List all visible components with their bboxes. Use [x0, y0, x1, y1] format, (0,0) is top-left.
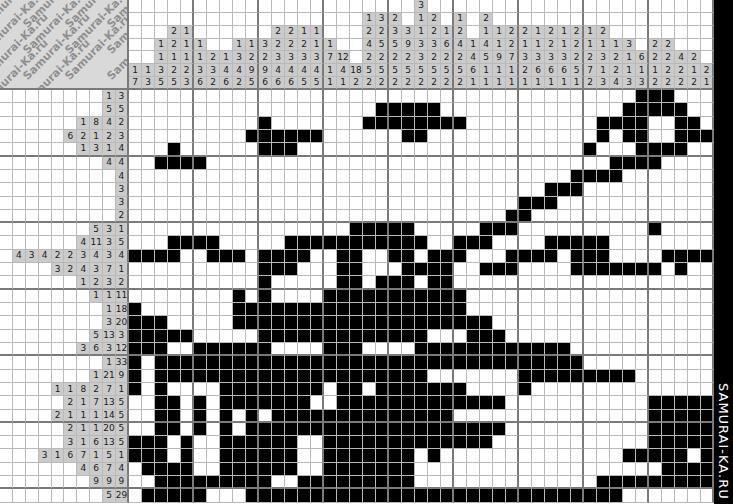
- cell-r25-c32[interactable]: [532, 410, 545, 423]
- cell-r31-c4[interactable]: [168, 489, 181, 502]
- cell-r8-c2[interactable]: [142, 183, 155, 196]
- cell-r10-c5[interactable]: [181, 210, 194, 223]
- cell-r16-c21[interactable]: [389, 290, 402, 303]
- cell-r24-c11[interactable]: [259, 396, 272, 409]
- cell-r28-c38[interactable]: [610, 449, 623, 462]
- cell-r9-c39[interactable]: [623, 197, 636, 210]
- cell-r10-c27[interactable]: [467, 210, 480, 223]
- cell-r10-c41[interactable]: [649, 210, 662, 223]
- cell-r4-c26[interactable]: [454, 130, 467, 143]
- cell-r3-c3[interactable]: [155, 117, 168, 130]
- cell-r27-c7[interactable]: [207, 436, 220, 449]
- cell-r21-c45[interactable]: [701, 356, 714, 369]
- cell-r5-c41[interactable]: [649, 143, 662, 156]
- cell-r10-c20[interactable]: [376, 210, 389, 223]
- cell-r29-c43[interactable]: [675, 463, 688, 476]
- cell-r7-c43[interactable]: [675, 170, 688, 183]
- cell-r16-c42[interactable]: [662, 290, 675, 303]
- cell-r14-c35[interactable]: [571, 263, 584, 276]
- cell-r24-c3[interactable]: [155, 396, 168, 409]
- cell-r4-c38[interactable]: [610, 130, 623, 143]
- cell-r11-c42[interactable]: [662, 223, 675, 236]
- cell-r2-c22[interactable]: [402, 103, 415, 116]
- cell-r27-c34[interactable]: [558, 436, 571, 449]
- cell-r12-c18[interactable]: [350, 236, 363, 249]
- cell-r19-c20[interactable]: [376, 330, 389, 343]
- cell-r31-c45[interactable]: [701, 489, 714, 502]
- cell-r12-c20[interactable]: [376, 236, 389, 249]
- cell-r26-c26[interactable]: [454, 423, 467, 436]
- cell-r12-c1[interactable]: [129, 236, 142, 249]
- cell-r21-c14[interactable]: [298, 356, 311, 369]
- cell-r18-c43[interactable]: [675, 316, 688, 329]
- cell-r19-c35[interactable]: [571, 330, 584, 343]
- cell-r9-c33[interactable]: [545, 197, 558, 210]
- cell-r28-c42[interactable]: [662, 449, 675, 462]
- cell-r15-c15[interactable]: [311, 276, 324, 289]
- cell-r18-c25[interactable]: [441, 316, 454, 329]
- cell-r21-c3[interactable]: [155, 356, 168, 369]
- cell-r10-c24[interactable]: [428, 210, 441, 223]
- cell-r1-c44[interactable]: [688, 90, 701, 103]
- cell-r9-c15[interactable]: [311, 197, 324, 210]
- cell-r23-c18[interactable]: [350, 383, 363, 396]
- cell-r12-c31[interactable]: [519, 236, 532, 249]
- cell-r8-c6[interactable]: [194, 183, 207, 196]
- cell-r11-c13[interactable]: [285, 223, 298, 236]
- cell-r30-c36[interactable]: [584, 476, 597, 489]
- cell-r1-c1[interactable]: [129, 90, 142, 103]
- cell-r12-c14[interactable]: [298, 236, 311, 249]
- cell-r8-c30[interactable]: [506, 183, 519, 196]
- cell-r7-c35[interactable]: [571, 170, 584, 183]
- cell-r5-c30[interactable]: [506, 143, 519, 156]
- cell-r13-c27[interactable]: [467, 250, 480, 263]
- cell-r15-c7[interactable]: [207, 276, 220, 289]
- cell-r4-c30[interactable]: [506, 130, 519, 143]
- cell-r26-c22[interactable]: [402, 423, 415, 436]
- cell-r1-c17[interactable]: [337, 90, 350, 103]
- cell-r9-c4[interactable]: [168, 197, 181, 210]
- cell-r9-c41[interactable]: [649, 197, 662, 210]
- cell-r6-c37[interactable]: [597, 157, 610, 170]
- cell-r28-c28[interactable]: [480, 449, 493, 462]
- cell-r6-c18[interactable]: [350, 157, 363, 170]
- cell-r24-c22[interactable]: [402, 396, 415, 409]
- cell-r18-c21[interactable]: [389, 316, 402, 329]
- cell-r17-c38[interactable]: [610, 303, 623, 316]
- cell-r29-c13[interactable]: [285, 463, 298, 476]
- cell-r15-c30[interactable]: [506, 276, 519, 289]
- cell-r15-c36[interactable]: [584, 276, 597, 289]
- cell-r31-c2[interactable]: [142, 489, 155, 502]
- cell-r20-c6[interactable]: [194, 343, 207, 356]
- cell-r18-c33[interactable]: [545, 316, 558, 329]
- cell-r13-c36[interactable]: [584, 250, 597, 263]
- cell-r22-c4[interactable]: [168, 370, 181, 383]
- cell-r2-c34[interactable]: [558, 103, 571, 116]
- cell-r30-c42[interactable]: [662, 476, 675, 489]
- cell-r4-c11[interactable]: [259, 130, 272, 143]
- cell-r3-c23[interactable]: [415, 117, 428, 130]
- cell-r21-c41[interactable]: [649, 356, 662, 369]
- cell-r15-c34[interactable]: [558, 276, 571, 289]
- cell-r9-c10[interactable]: [246, 197, 259, 210]
- cell-r19-c2[interactable]: [142, 330, 155, 343]
- cell-r14-c13[interactable]: [285, 263, 298, 276]
- cell-r12-c38[interactable]: [610, 236, 623, 249]
- cell-r6-c41[interactable]: [649, 157, 662, 170]
- cell-r20-c44[interactable]: [688, 343, 701, 356]
- cell-r26-c40[interactable]: [636, 423, 649, 436]
- cell-r17-c7[interactable]: [207, 303, 220, 316]
- cell-r22-c28[interactable]: [480, 370, 493, 383]
- cell-r16-c44[interactable]: [688, 290, 701, 303]
- cell-r2-c40[interactable]: [636, 103, 649, 116]
- cell-r28-c4[interactable]: [168, 449, 181, 462]
- cell-r5-c23[interactable]: [415, 143, 428, 156]
- cell-r6-c22[interactable]: [402, 157, 415, 170]
- cell-r11-c16[interactable]: [324, 223, 337, 236]
- cell-r9-c30[interactable]: [506, 197, 519, 210]
- cell-r17-c12[interactable]: [272, 303, 285, 316]
- cell-r31-c14[interactable]: [298, 489, 311, 502]
- cell-r15-c39[interactable]: [623, 276, 636, 289]
- cell-r8-c14[interactable]: [298, 183, 311, 196]
- cell-r17-c17[interactable]: [337, 303, 350, 316]
- cell-r22-c43[interactable]: [675, 370, 688, 383]
- cell-r1-c9[interactable]: [233, 90, 246, 103]
- cell-r20-c21[interactable]: [389, 343, 402, 356]
- cell-r5-c33[interactable]: [545, 143, 558, 156]
- cell-r10-c45[interactable]: [701, 210, 714, 223]
- cell-r19-c26[interactable]: [454, 330, 467, 343]
- cell-r19-c38[interactable]: [610, 330, 623, 343]
- cell-r18-c36[interactable]: [584, 316, 597, 329]
- cell-r12-c40[interactable]: [636, 236, 649, 249]
- cell-r2-c9[interactable]: [233, 103, 246, 116]
- cell-r9-c29[interactable]: [493, 197, 506, 210]
- cell-r25-c8[interactable]: [220, 410, 233, 423]
- cell-r18-c26[interactable]: [454, 316, 467, 329]
- cell-r6-c2[interactable]: [142, 157, 155, 170]
- cell-r26-c12[interactable]: [272, 423, 285, 436]
- cell-r4-c44[interactable]: [688, 130, 701, 143]
- cell-r12-c28[interactable]: [480, 236, 493, 249]
- cell-r11-c3[interactable]: [155, 223, 168, 236]
- cell-r15-c12[interactable]: [272, 276, 285, 289]
- cell-r19-c7[interactable]: [207, 330, 220, 343]
- cell-r1-c30[interactable]: [506, 90, 519, 103]
- cell-r17-c27[interactable]: [467, 303, 480, 316]
- cell-r26-c10[interactable]: [246, 423, 259, 436]
- cell-r8-c15[interactable]: [311, 183, 324, 196]
- cell-r23-c23[interactable]: [415, 383, 428, 396]
- cell-r26-c39[interactable]: [623, 423, 636, 436]
- cell-r21-c23[interactable]: [415, 356, 428, 369]
- cell-r25-c45[interactable]: [701, 410, 714, 423]
- cell-r10-c28[interactable]: [480, 210, 493, 223]
- cell-r22-c16[interactable]: [324, 370, 337, 383]
- cell-r28-c7[interactable]: [207, 449, 220, 462]
- cell-r10-c17[interactable]: [337, 210, 350, 223]
- cell-r27-c8[interactable]: [220, 436, 233, 449]
- cell-r26-c8[interactable]: [220, 423, 233, 436]
- cell-r16-c35[interactable]: [571, 290, 584, 303]
- cell-r9-c9[interactable]: [233, 197, 246, 210]
- cell-r23-c11[interactable]: [259, 383, 272, 396]
- cell-r10-c38[interactable]: [610, 210, 623, 223]
- cell-r18-c11[interactable]: [259, 316, 272, 329]
- cell-r15-c16[interactable]: [324, 276, 337, 289]
- cell-r24-c26[interactable]: [454, 396, 467, 409]
- cell-r26-c27[interactable]: [467, 423, 480, 436]
- cell-r31-c34[interactable]: [558, 489, 571, 502]
- cell-r18-c35[interactable]: [571, 316, 584, 329]
- cell-r10-c43[interactable]: [675, 210, 688, 223]
- cell-r22-c44[interactable]: [688, 370, 701, 383]
- cell-r25-c1[interactable]: [129, 410, 142, 423]
- cell-r15-c40[interactable]: [636, 276, 649, 289]
- cell-r23-c25[interactable]: [441, 383, 454, 396]
- cell-r14-c4[interactable]: [168, 263, 181, 276]
- cell-r25-c10[interactable]: [246, 410, 259, 423]
- cell-r31-c40[interactable]: [636, 489, 649, 502]
- cell-r18-c12[interactable]: [272, 316, 285, 329]
- cell-r22-c9[interactable]: [233, 370, 246, 383]
- cell-r15-c20[interactable]: [376, 276, 389, 289]
- cell-r8-c45[interactable]: [701, 183, 714, 196]
- cell-r25-c15[interactable]: [311, 410, 324, 423]
- cell-r8-c34[interactable]: [558, 183, 571, 196]
- cell-r14-c9[interactable]: [233, 263, 246, 276]
- cell-r2-c17[interactable]: [337, 103, 350, 116]
- cell-r21-c6[interactable]: [194, 356, 207, 369]
- cell-r26-c1[interactable]: [129, 423, 142, 436]
- cell-r10-c19[interactable]: [363, 210, 376, 223]
- cell-r17-c8[interactable]: [220, 303, 233, 316]
- cell-r17-c31[interactable]: [519, 303, 532, 316]
- cell-r23-c39[interactable]: [623, 383, 636, 396]
- cell-r5-c35[interactable]: [571, 143, 584, 156]
- cell-r15-c14[interactable]: [298, 276, 311, 289]
- cell-r4-c42[interactable]: [662, 130, 675, 143]
- cell-r29-c30[interactable]: [506, 463, 519, 476]
- cell-r16-c3[interactable]: [155, 290, 168, 303]
- cell-r20-c42[interactable]: [662, 343, 675, 356]
- cell-r18-c13[interactable]: [285, 316, 298, 329]
- cell-r30-c13[interactable]: [285, 476, 298, 489]
- cell-r28-c2[interactable]: [142, 449, 155, 462]
- cell-r10-c31[interactable]: [519, 210, 532, 223]
- cell-r17-c19[interactable]: [363, 303, 376, 316]
- cell-r12-c21[interactable]: [389, 236, 402, 249]
- cell-r7-c8[interactable]: [220, 170, 233, 183]
- cell-r2-c30[interactable]: [506, 103, 519, 116]
- cell-r4-c24[interactable]: [428, 130, 441, 143]
- cell-r20-c24[interactable]: [428, 343, 441, 356]
- cell-r12-c16[interactable]: [324, 236, 337, 249]
- cell-r10-c34[interactable]: [558, 210, 571, 223]
- cell-r29-c8[interactable]: [220, 463, 233, 476]
- cell-r22-c22[interactable]: [402, 370, 415, 383]
- cell-r26-c14[interactable]: [298, 423, 311, 436]
- cell-r24-c5[interactable]: [181, 396, 194, 409]
- cell-r24-c43[interactable]: [675, 396, 688, 409]
- cell-r19-c16[interactable]: [324, 330, 337, 343]
- cell-r7-c9[interactable]: [233, 170, 246, 183]
- cell-r15-c9[interactable]: [233, 276, 246, 289]
- cell-r15-c19[interactable]: [363, 276, 376, 289]
- cell-r10-c4[interactable]: [168, 210, 181, 223]
- cell-r3-c11[interactable]: [259, 117, 272, 130]
- cell-r25-c40[interactable]: [636, 410, 649, 423]
- cell-r4-c12[interactable]: [272, 130, 285, 143]
- cell-r13-c8[interactable]: [220, 250, 233, 263]
- cell-r24-c9[interactable]: [233, 396, 246, 409]
- cell-r18-c29[interactable]: [493, 316, 506, 329]
- cell-r21-c37[interactable]: [597, 356, 610, 369]
- cell-r14-c5[interactable]: [181, 263, 194, 276]
- cell-r3-c1[interactable]: [129, 117, 142, 130]
- cell-r1-c37[interactable]: [597, 90, 610, 103]
- cell-r25-c43[interactable]: [675, 410, 688, 423]
- cell-r30-c16[interactable]: [324, 476, 337, 489]
- cell-r23-c4[interactable]: [168, 383, 181, 396]
- cell-r25-c39[interactable]: [623, 410, 636, 423]
- cell-r17-c25[interactable]: [441, 303, 454, 316]
- cell-r4-c33[interactable]: [545, 130, 558, 143]
- cell-r1-c11[interactable]: [259, 90, 272, 103]
- cell-r17-c36[interactable]: [584, 303, 597, 316]
- cell-r5-c11[interactable]: [259, 143, 272, 156]
- cell-r27-c31[interactable]: [519, 436, 532, 449]
- cell-r18-c16[interactable]: [324, 316, 337, 329]
- cell-r27-c19[interactable]: [363, 436, 376, 449]
- cell-r6-c31[interactable]: [519, 157, 532, 170]
- cell-r27-c16[interactable]: [324, 436, 337, 449]
- cell-r1-c5[interactable]: [181, 90, 194, 103]
- cell-r1-c36[interactable]: [584, 90, 597, 103]
- cell-r11-c22[interactable]: [402, 223, 415, 236]
- cell-r25-c22[interactable]: [402, 410, 415, 423]
- cell-r7-c6[interactable]: [194, 170, 207, 183]
- cell-r27-c10[interactable]: [246, 436, 259, 449]
- cell-r7-c30[interactable]: [506, 170, 519, 183]
- cell-r17-c15[interactable]: [311, 303, 324, 316]
- cell-r24-c21[interactable]: [389, 396, 402, 409]
- cell-r14-c38[interactable]: [610, 263, 623, 276]
- cell-r30-c15[interactable]: [311, 476, 324, 489]
- cell-r23-c41[interactable]: [649, 383, 662, 396]
- cell-r25-c16[interactable]: [324, 410, 337, 423]
- cell-r11-c34[interactable]: [558, 223, 571, 236]
- cell-r27-c44[interactable]: [688, 436, 701, 449]
- cell-r26-c31[interactable]: [519, 423, 532, 436]
- cell-r16-c19[interactable]: [363, 290, 376, 303]
- cell-r13-c32[interactable]: [532, 250, 545, 263]
- cell-r11-c15[interactable]: [311, 223, 324, 236]
- cell-r31-c44[interactable]: [688, 489, 701, 502]
- cell-r16-c22[interactable]: [402, 290, 415, 303]
- cell-r7-c2[interactable]: [142, 170, 155, 183]
- cell-r22-c27[interactable]: [467, 370, 480, 383]
- cell-r6-c14[interactable]: [298, 157, 311, 170]
- cell-r17-c44[interactable]: [688, 303, 701, 316]
- cell-r16-c26[interactable]: [454, 290, 467, 303]
- cell-r11-c1[interactable]: [129, 223, 142, 236]
- cell-r21-c8[interactable]: [220, 356, 233, 369]
- cell-r21-c33[interactable]: [545, 356, 558, 369]
- cell-r19-c1[interactable]: [129, 330, 142, 343]
- cell-r5-c40[interactable]: [636, 143, 649, 156]
- cell-r30-c3[interactable]: [155, 476, 168, 489]
- cell-r21-c22[interactable]: [402, 356, 415, 369]
- cell-r23-c15[interactable]: [311, 383, 324, 396]
- cell-r8-c41[interactable]: [649, 183, 662, 196]
- cell-r1-c14[interactable]: [298, 90, 311, 103]
- cell-r1-c3[interactable]: [155, 90, 168, 103]
- cell-r16-c30[interactable]: [506, 290, 519, 303]
- cell-r8-c20[interactable]: [376, 183, 389, 196]
- cell-r18-c28[interactable]: [480, 316, 493, 329]
- cell-r1-c32[interactable]: [532, 90, 545, 103]
- cell-r31-c39[interactable]: [623, 489, 636, 502]
- cell-r20-c37[interactable]: [597, 343, 610, 356]
- cell-r12-c30[interactable]: [506, 236, 519, 249]
- cell-r21-c39[interactable]: [623, 356, 636, 369]
- cell-r14-c27[interactable]: [467, 263, 480, 276]
- cell-r12-c19[interactable]: [363, 236, 376, 249]
- cell-r26-c6[interactable]: [194, 423, 207, 436]
- cell-r27-c17[interactable]: [337, 436, 350, 449]
- cell-r13-c4[interactable]: [168, 250, 181, 263]
- cell-r3-c8[interactable]: [220, 117, 233, 130]
- cell-r12-c15[interactable]: [311, 236, 324, 249]
- cell-r24-c30[interactable]: [506, 396, 519, 409]
- cell-r23-c16[interactable]: [324, 383, 337, 396]
- cell-r29-c32[interactable]: [532, 463, 545, 476]
- cell-r30-c44[interactable]: [688, 476, 701, 489]
- cell-r9-c28[interactable]: [480, 197, 493, 210]
- cell-r13-c39[interactable]: [623, 250, 636, 263]
- cell-r15-c17[interactable]: [337, 276, 350, 289]
- cell-r25-c17[interactable]: [337, 410, 350, 423]
- cell-r20-c23[interactable]: [415, 343, 428, 356]
- cell-r6-c43[interactable]: [675, 157, 688, 170]
- cell-r29-c2[interactable]: [142, 463, 155, 476]
- cell-r14-c37[interactable]: [597, 263, 610, 276]
- cell-r18-c41[interactable]: [649, 316, 662, 329]
- cell-r7-c41[interactable]: [649, 170, 662, 183]
- cell-r22-c32[interactable]: [532, 370, 545, 383]
- cell-r5-c34[interactable]: [558, 143, 571, 156]
- cell-r17-c4[interactable]: [168, 303, 181, 316]
- cell-r14-c28[interactable]: [480, 263, 493, 276]
- cell-r5-c19[interactable]: [363, 143, 376, 156]
- cell-r16-c15[interactable]: [311, 290, 324, 303]
- cell-r6-c1[interactable]: [129, 157, 142, 170]
- cell-r2-c13[interactable]: [285, 103, 298, 116]
- cell-r11-c19[interactable]: [363, 223, 376, 236]
- cell-r3-c14[interactable]: [298, 117, 311, 130]
- cell-r23-c31[interactable]: [519, 383, 532, 396]
- cell-r2-c36[interactable]: [584, 103, 597, 116]
- cell-r15-c45[interactable]: [701, 276, 714, 289]
- cell-r14-c43[interactable]: [675, 263, 688, 276]
- cell-r25-c14[interactable]: [298, 410, 311, 423]
- cell-r2-c37[interactable]: [597, 103, 610, 116]
